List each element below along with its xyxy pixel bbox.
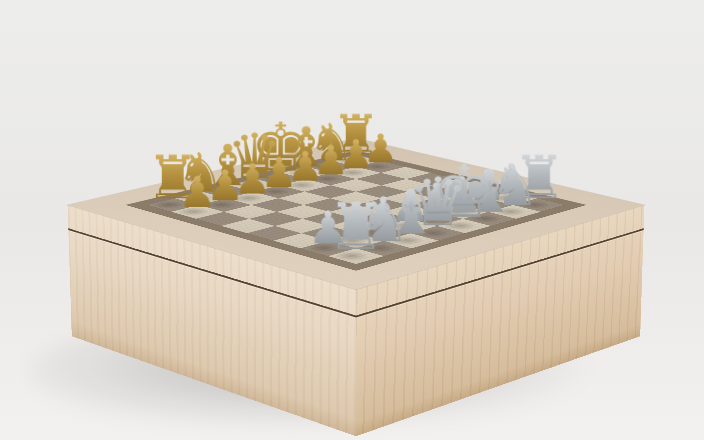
chess-set-photo: ♜♞♝♛♚♝♞♜♟♟♟♟♟♟♟♟♟♟♟♟♟♟♟♟♜♞♝♛♚♝♞♜ — [0, 0, 704, 440]
piece-glyph: ♜ — [327, 194, 385, 259]
piece-glyph: ♟ — [178, 171, 216, 213]
chess-box: ♜♞♝♛♚♝♞♜♟♟♟♟♟♟♟♟♟♟♟♟♟♟♟♟♜♞♝♛♚♝♞♜ — [68, 138, 645, 289]
